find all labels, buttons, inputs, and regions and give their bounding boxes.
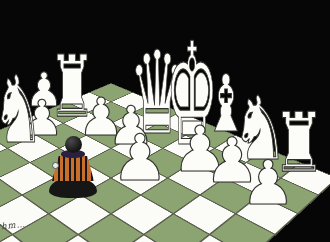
black-pawn-highlight xyxy=(52,162,59,169)
black-striped-pawn xyxy=(49,136,97,198)
black-pawn-base xyxy=(49,178,97,198)
black-pawn-head xyxy=(65,136,82,153)
black-pawn-stripes xyxy=(52,156,94,181)
cartoon-canvas: ♞♟♜♛♚♝♞♜♟♟♟♟♟♟♟ hm… xyxy=(0,0,330,242)
